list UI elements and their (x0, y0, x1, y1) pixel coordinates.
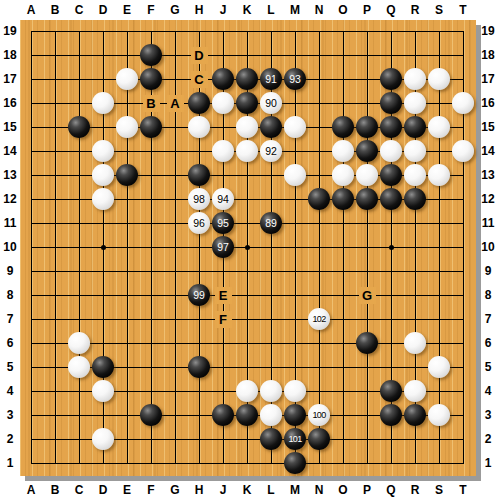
point-S5[interactable] (427, 355, 451, 379)
point-O18[interactable] (331, 43, 355, 67)
point-Q17[interactable] (379, 67, 403, 91)
point-K13[interactable] (235, 163, 259, 187)
point-E14[interactable] (115, 139, 139, 163)
point-G11[interactable] (163, 211, 187, 235)
point-O17[interactable] (331, 67, 355, 91)
point-G15[interactable] (163, 115, 187, 139)
point-P7[interactable] (355, 307, 379, 331)
point-E11[interactable] (115, 211, 139, 235)
point-S9[interactable] (427, 259, 451, 283)
point-D2[interactable] (91, 427, 115, 451)
point-E2[interactable] (115, 427, 139, 451)
point-D19[interactable] (91, 19, 115, 43)
point-F18[interactable] (139, 43, 163, 67)
point-F14[interactable] (139, 139, 163, 163)
point-S14[interactable] (427, 139, 451, 163)
point-P16[interactable] (355, 91, 379, 115)
point-R4[interactable] (403, 379, 427, 403)
point-A2[interactable] (19, 427, 43, 451)
point-S7[interactable] (427, 307, 451, 331)
point-R16[interactable] (403, 91, 427, 115)
point-L12[interactable] (259, 187, 283, 211)
point-F13[interactable] (139, 163, 163, 187)
point-C15[interactable] (67, 115, 91, 139)
point-F15[interactable] (139, 115, 163, 139)
point-Q8[interactable] (379, 283, 403, 307)
point-N9[interactable] (307, 259, 331, 283)
point-Q1[interactable] (379, 451, 403, 475)
point-F10[interactable] (139, 235, 163, 259)
point-D14[interactable] (91, 139, 115, 163)
point-T9[interactable] (451, 259, 475, 283)
point-S17[interactable] (427, 67, 451, 91)
point-R17[interactable] (403, 67, 427, 91)
point-N5[interactable] (307, 355, 331, 379)
point-N18[interactable] (307, 43, 331, 67)
point-J11[interactable]: 95 (211, 211, 235, 235)
point-N1[interactable] (307, 451, 331, 475)
point-S6[interactable] (427, 331, 451, 355)
point-G12[interactable] (163, 187, 187, 211)
point-O1[interactable] (331, 451, 355, 475)
point-C16[interactable] (67, 91, 91, 115)
point-P4[interactable] (355, 379, 379, 403)
point-O6[interactable] (331, 331, 355, 355)
point-P2[interactable] (355, 427, 379, 451)
point-E7[interactable] (115, 307, 139, 331)
point-B11[interactable] (43, 211, 67, 235)
point-R2[interactable] (403, 427, 427, 451)
point-T5[interactable] (451, 355, 475, 379)
point-H6[interactable] (187, 331, 211, 355)
point-B2[interactable] (43, 427, 67, 451)
point-R18[interactable] (403, 43, 427, 67)
point-C10[interactable] (67, 235, 91, 259)
point-C4[interactable] (67, 379, 91, 403)
point-P1[interactable] (355, 451, 379, 475)
point-G8[interactable] (163, 283, 187, 307)
point-A16[interactable] (19, 91, 43, 115)
point-D5[interactable] (91, 355, 115, 379)
point-E19[interactable] (115, 19, 139, 43)
point-T14[interactable] (451, 139, 475, 163)
point-N8[interactable] (307, 283, 331, 307)
point-J3[interactable] (211, 403, 235, 427)
point-L5[interactable] (259, 355, 283, 379)
point-T2[interactable] (451, 427, 475, 451)
point-E10[interactable] (115, 235, 139, 259)
point-G17[interactable] (163, 67, 187, 91)
point-B18[interactable] (43, 43, 67, 67)
point-B12[interactable] (43, 187, 67, 211)
point-M8[interactable] (283, 283, 307, 307)
point-B5[interactable] (43, 355, 67, 379)
point-S2[interactable] (427, 427, 451, 451)
point-Q11[interactable] (379, 211, 403, 235)
point-O3[interactable] (331, 403, 355, 427)
point-S11[interactable] (427, 211, 451, 235)
point-P6[interactable] (355, 331, 379, 355)
point-J19[interactable] (211, 19, 235, 43)
point-K8[interactable] (235, 283, 259, 307)
point-M19[interactable] (283, 19, 307, 43)
point-C7[interactable] (67, 307, 91, 331)
point-S4[interactable] (427, 379, 451, 403)
point-C17[interactable] (67, 67, 91, 91)
point-D4[interactable] (91, 379, 115, 403)
point-P8[interactable]: G (355, 283, 379, 307)
point-Q5[interactable] (379, 355, 403, 379)
point-N16[interactable] (307, 91, 331, 115)
point-D12[interactable] (91, 187, 115, 211)
point-H4[interactable] (187, 379, 211, 403)
point-R1[interactable] (403, 451, 427, 475)
point-O8[interactable] (331, 283, 355, 307)
point-Q9[interactable] (379, 259, 403, 283)
point-R9[interactable] (403, 259, 427, 283)
point-O13[interactable] (331, 163, 355, 187)
point-C1[interactable] (67, 451, 91, 475)
point-L14[interactable]: 92 (259, 139, 283, 163)
point-Q10[interactable] (379, 235, 403, 259)
point-L4[interactable] (259, 379, 283, 403)
point-L16[interactable]: 90 (259, 91, 283, 115)
point-P9[interactable] (355, 259, 379, 283)
point-C19[interactable] (67, 19, 91, 43)
point-D6[interactable] (91, 331, 115, 355)
point-B14[interactable] (43, 139, 67, 163)
point-R12[interactable] (403, 187, 427, 211)
point-A18[interactable] (19, 43, 43, 67)
point-F5[interactable] (139, 355, 163, 379)
point-E5[interactable] (115, 355, 139, 379)
point-A17[interactable] (19, 67, 43, 91)
point-C3[interactable] (67, 403, 91, 427)
point-F11[interactable] (139, 211, 163, 235)
point-T3[interactable] (451, 403, 475, 427)
point-O7[interactable] (331, 307, 355, 331)
point-L17[interactable]: 91 (259, 67, 283, 91)
point-S13[interactable] (427, 163, 451, 187)
point-J18[interactable] (211, 43, 235, 67)
point-N6[interactable] (307, 331, 331, 355)
point-G3[interactable] (163, 403, 187, 427)
point-R19[interactable] (403, 19, 427, 43)
point-K12[interactable] (235, 187, 259, 211)
point-H5[interactable] (187, 355, 211, 379)
point-Q12[interactable] (379, 187, 403, 211)
point-M10[interactable] (283, 235, 307, 259)
point-K16[interactable] (235, 91, 259, 115)
point-D16[interactable] (91, 91, 115, 115)
point-C13[interactable] (67, 163, 91, 187)
point-D15[interactable] (91, 115, 115, 139)
point-M11[interactable] (283, 211, 307, 235)
point-H7[interactable] (187, 307, 211, 331)
point-K19[interactable] (235, 19, 259, 43)
point-E3[interactable] (115, 403, 139, 427)
point-H13[interactable] (187, 163, 211, 187)
point-T6[interactable] (451, 331, 475, 355)
point-L15[interactable] (259, 115, 283, 139)
point-G16[interactable]: A (163, 91, 187, 115)
point-N2[interactable] (307, 427, 331, 451)
point-R7[interactable] (403, 307, 427, 331)
point-B16[interactable] (43, 91, 67, 115)
point-E15[interactable] (115, 115, 139, 139)
point-J8[interactable]: E (211, 283, 235, 307)
point-O16[interactable] (331, 91, 355, 115)
point-G13[interactable] (163, 163, 187, 187)
point-M1[interactable] (283, 451, 307, 475)
point-N4[interactable] (307, 379, 331, 403)
point-J9[interactable] (211, 259, 235, 283)
point-H2[interactable] (187, 427, 211, 451)
point-C18[interactable] (67, 43, 91, 67)
point-T18[interactable] (451, 43, 475, 67)
point-L9[interactable] (259, 259, 283, 283)
point-P12[interactable] (355, 187, 379, 211)
point-O4[interactable] (331, 379, 355, 403)
point-D11[interactable] (91, 211, 115, 235)
point-C12[interactable] (67, 187, 91, 211)
point-T16[interactable] (451, 91, 475, 115)
point-B15[interactable] (43, 115, 67, 139)
point-E12[interactable] (115, 187, 139, 211)
point-K7[interactable] (235, 307, 259, 331)
point-R6[interactable] (403, 331, 427, 355)
point-R14[interactable] (403, 139, 427, 163)
point-D9[interactable] (91, 259, 115, 283)
point-C8[interactable] (67, 283, 91, 307)
point-E6[interactable] (115, 331, 139, 355)
point-C11[interactable] (67, 211, 91, 235)
point-R13[interactable] (403, 163, 427, 187)
point-J5[interactable] (211, 355, 235, 379)
point-B8[interactable] (43, 283, 67, 307)
point-J15[interactable] (211, 115, 235, 139)
point-H10[interactable] (187, 235, 211, 259)
point-M6[interactable] (283, 331, 307, 355)
point-L1[interactable] (259, 451, 283, 475)
point-O14[interactable] (331, 139, 355, 163)
point-N7[interactable]: 102 (307, 307, 331, 331)
point-E4[interactable] (115, 379, 139, 403)
point-D8[interactable] (91, 283, 115, 307)
point-D7[interactable] (91, 307, 115, 331)
point-Q16[interactable] (379, 91, 403, 115)
point-L8[interactable] (259, 283, 283, 307)
point-L10[interactable] (259, 235, 283, 259)
point-J16[interactable] (211, 91, 235, 115)
point-N14[interactable] (307, 139, 331, 163)
point-F19[interactable] (139, 19, 163, 43)
point-P3[interactable] (355, 403, 379, 427)
point-T7[interactable] (451, 307, 475, 331)
point-H1[interactable] (187, 451, 211, 475)
point-J17[interactable] (211, 67, 235, 91)
point-R11[interactable] (403, 211, 427, 235)
point-A8[interactable] (19, 283, 43, 307)
point-K15[interactable] (235, 115, 259, 139)
point-T19[interactable] (451, 19, 475, 43)
point-E8[interactable] (115, 283, 139, 307)
point-Q7[interactable] (379, 307, 403, 331)
point-Q6[interactable] (379, 331, 403, 355)
point-K5[interactable] (235, 355, 259, 379)
point-P15[interactable] (355, 115, 379, 139)
point-E18[interactable] (115, 43, 139, 67)
point-J4[interactable] (211, 379, 235, 403)
point-F6[interactable] (139, 331, 163, 355)
point-F8[interactable] (139, 283, 163, 307)
point-O5[interactable] (331, 355, 355, 379)
point-S10[interactable] (427, 235, 451, 259)
point-K11[interactable] (235, 211, 259, 235)
point-K4[interactable] (235, 379, 259, 403)
point-P17[interactable] (355, 67, 379, 91)
point-Q15[interactable] (379, 115, 403, 139)
point-K9[interactable] (235, 259, 259, 283)
point-T12[interactable] (451, 187, 475, 211)
point-P19[interactable] (355, 19, 379, 43)
point-B7[interactable] (43, 307, 67, 331)
point-F3[interactable] (139, 403, 163, 427)
point-A14[interactable] (19, 139, 43, 163)
point-H12[interactable]: 98 (187, 187, 211, 211)
point-F7[interactable] (139, 307, 163, 331)
point-L3[interactable] (259, 403, 283, 427)
point-A13[interactable] (19, 163, 43, 187)
point-G14[interactable] (163, 139, 187, 163)
point-T4[interactable] (451, 379, 475, 403)
point-T11[interactable] (451, 211, 475, 235)
point-G5[interactable] (163, 355, 187, 379)
point-S8[interactable] (427, 283, 451, 307)
point-M14[interactable] (283, 139, 307, 163)
point-J14[interactable] (211, 139, 235, 163)
point-O2[interactable] (331, 427, 355, 451)
point-A4[interactable] (19, 379, 43, 403)
point-N10[interactable] (307, 235, 331, 259)
point-R5[interactable] (403, 355, 427, 379)
point-N3[interactable]: 100 (307, 403, 331, 427)
point-C2[interactable] (67, 427, 91, 451)
point-S12[interactable] (427, 187, 451, 211)
point-P10[interactable] (355, 235, 379, 259)
point-B3[interactable] (43, 403, 67, 427)
point-B1[interactable] (43, 451, 67, 475)
point-G18[interactable] (163, 43, 187, 67)
point-F1[interactable] (139, 451, 163, 475)
point-M5[interactable] (283, 355, 307, 379)
point-E9[interactable] (115, 259, 139, 283)
point-G4[interactable] (163, 379, 187, 403)
point-N12[interactable] (307, 187, 331, 211)
point-Q3[interactable] (379, 403, 403, 427)
point-J7[interactable]: F (211, 307, 235, 331)
point-H14[interactable] (187, 139, 211, 163)
point-M15[interactable] (283, 115, 307, 139)
point-R10[interactable] (403, 235, 427, 259)
point-M13[interactable] (283, 163, 307, 187)
point-L11[interactable]: 89 (259, 211, 283, 235)
point-N19[interactable] (307, 19, 331, 43)
point-L6[interactable] (259, 331, 283, 355)
point-Q2[interactable] (379, 427, 403, 451)
point-K6[interactable] (235, 331, 259, 355)
point-A9[interactable] (19, 259, 43, 283)
point-N15[interactable] (307, 115, 331, 139)
point-G19[interactable] (163, 19, 187, 43)
point-F4[interactable] (139, 379, 163, 403)
point-R15[interactable] (403, 115, 427, 139)
point-M9[interactable] (283, 259, 307, 283)
point-A11[interactable] (19, 211, 43, 235)
point-S15[interactable] (427, 115, 451, 139)
point-L2[interactable] (259, 427, 283, 451)
point-T17[interactable] (451, 67, 475, 91)
point-O12[interactable] (331, 187, 355, 211)
point-D3[interactable] (91, 403, 115, 427)
point-S16[interactable] (427, 91, 451, 115)
point-J13[interactable] (211, 163, 235, 187)
point-N17[interactable] (307, 67, 331, 91)
point-B6[interactable] (43, 331, 67, 355)
point-G7[interactable] (163, 307, 187, 331)
point-R8[interactable] (403, 283, 427, 307)
point-R3[interactable] (403, 403, 427, 427)
point-E16[interactable] (115, 91, 139, 115)
point-J12[interactable]: 94 (211, 187, 235, 211)
point-Q14[interactable] (379, 139, 403, 163)
point-H17[interactable]: C (187, 67, 211, 91)
point-G1[interactable] (163, 451, 187, 475)
point-A6[interactable] (19, 331, 43, 355)
point-M4[interactable] (283, 379, 307, 403)
point-D13[interactable] (91, 163, 115, 187)
point-N13[interactable] (307, 163, 331, 187)
point-C9[interactable] (67, 259, 91, 283)
point-A5[interactable] (19, 355, 43, 379)
point-F2[interactable] (139, 427, 163, 451)
point-A3[interactable] (19, 403, 43, 427)
point-H16[interactable] (187, 91, 211, 115)
point-A7[interactable] (19, 307, 43, 331)
point-S3[interactable] (427, 403, 451, 427)
point-Q4[interactable] (379, 379, 403, 403)
point-D17[interactable] (91, 67, 115, 91)
point-L13[interactable] (259, 163, 283, 187)
point-B19[interactable] (43, 19, 67, 43)
point-O9[interactable] (331, 259, 355, 283)
point-B13[interactable] (43, 163, 67, 187)
point-B17[interactable] (43, 67, 67, 91)
point-N11[interactable] (307, 211, 331, 235)
point-G6[interactable] (163, 331, 187, 355)
point-M3[interactable] (283, 403, 307, 427)
point-A12[interactable] (19, 187, 43, 211)
point-T10[interactable] (451, 235, 475, 259)
point-T15[interactable] (451, 115, 475, 139)
point-H8[interactable]: 99 (187, 283, 211, 307)
point-K10[interactable] (235, 235, 259, 259)
point-H19[interactable] (187, 19, 211, 43)
point-B10[interactable] (43, 235, 67, 259)
point-D18[interactable] (91, 43, 115, 67)
point-K14[interactable] (235, 139, 259, 163)
point-H15[interactable] (187, 115, 211, 139)
